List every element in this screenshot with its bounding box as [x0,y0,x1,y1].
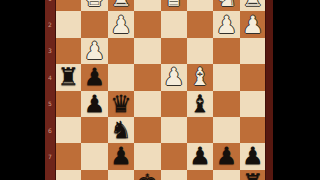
square-c5: ♝ [187,91,213,117]
square-f3 [108,38,134,64]
square-g3: ♟ [81,38,107,64]
board-frame-right-edge [265,0,273,180]
square-d5 [161,91,187,117]
square-a7: ♟ [240,143,266,169]
square-h3 [55,38,81,64]
rank-label-3: 3 [45,47,55,54]
piece-black-king-e8: ♚ [134,170,160,180]
square-g2 [81,11,107,37]
square-a5 [240,91,266,117]
piece-white-rook-f1: ♜ [108,0,134,11]
square-a4 [240,64,266,90]
square-f7: ♟ [108,143,134,169]
square-c4: ♝ [187,64,213,90]
square-b7: ♟ [213,143,239,169]
square-f5: ♛ [108,91,134,117]
square-g6 [81,117,107,143]
piece-black-rook-a8: ♜ [240,170,266,180]
rank-label-5: 5 [45,100,55,107]
square-c6 [187,117,213,143]
square-e8: ♚ [134,170,160,180]
piece-white-king-g1: ♚ [81,0,107,11]
square-h5 [55,91,81,117]
rank-label-1: 1 [45,0,55,2]
square-h4: ♜ [55,64,81,90]
square-a3 [240,38,266,64]
square-b4 [213,64,239,90]
square-b6 [213,117,239,143]
piece-black-knight-f6: ♞ [108,117,134,143]
square-a2: ♟ [240,11,266,37]
square-e3 [134,38,160,64]
square-h1 [55,0,81,11]
square-d3 [161,38,187,64]
rank-label-6: 6 [45,127,55,134]
piece-white-queen-d1: ♛ [161,0,187,11]
square-d8 [161,170,187,180]
piece-black-pawn-b7: ♟ [213,143,239,169]
square-c1 [187,0,213,11]
piece-white-pawn-f2: ♟ [108,11,134,37]
video-frame: 12345678 ♚♜♛♞♜♟♟♟♟♜♟♟♝♟♛♝♞♟♟♟♟♚♜ [0,0,320,180]
square-h2 [55,11,81,37]
square-b5 [213,91,239,117]
square-e7 [134,143,160,169]
piece-white-rook-a1: ♜ [240,0,266,11]
square-a1: ♜ [240,0,266,11]
square-c8 [187,170,213,180]
square-c2 [187,11,213,37]
piece-black-pawn-g4: ♟ [81,64,107,90]
rank-label-4: 4 [45,74,55,81]
square-f6: ♞ [108,117,134,143]
square-e5 [134,91,160,117]
piece-black-pawn-g5: ♟ [81,91,107,117]
square-a6 [240,117,266,143]
piece-black-pawn-a7: ♟ [240,143,266,169]
piece-black-bishop-c5: ♝ [187,91,213,117]
rank-label-7: 7 [45,153,55,160]
square-b1: ♞ [213,0,239,11]
square-e1 [134,0,160,11]
piece-white-pawn-a2: ♟ [240,11,266,37]
piece-white-bishop-c4: ♝ [187,64,213,90]
square-g5: ♟ [81,91,107,117]
piece-white-knight-b1: ♞ [213,0,239,11]
rank-label-2: 2 [45,21,55,28]
square-c7: ♟ [187,143,213,169]
board-frame: 12345678 ♚♜♛♞♜♟♟♟♟♜♟♟♝♟♛♝♞♟♟♟♟♚♜ [45,0,273,180]
square-e6 [134,117,160,143]
square-b3 [213,38,239,64]
square-e2 [134,11,160,37]
square-g8 [81,170,107,180]
piece-black-pawn-c7: ♟ [187,143,213,169]
chess-board: ♚♜♛♞♜♟♟♟♟♜♟♟♝♟♛♝♞♟♟♟♟♚♜ [55,0,266,180]
square-d1: ♛ [161,0,187,11]
square-c3 [187,38,213,64]
square-g4: ♟ [81,64,107,90]
rank-labels: 12345678 [45,0,56,180]
square-g7 [81,143,107,169]
square-h7 [55,143,81,169]
square-f4 [108,64,134,90]
square-a8: ♜ [240,170,266,180]
square-f8 [108,170,134,180]
piece-black-queen-f5: ♛ [108,91,134,117]
square-h8 [55,170,81,180]
square-d4: ♟ [161,64,187,90]
square-f2: ♟ [108,11,134,37]
square-f1: ♜ [108,0,134,11]
square-e4 [134,64,160,90]
piece-white-pawn-g3: ♟ [81,38,107,64]
piece-white-pawn-d4: ♟ [161,64,187,90]
rank-label-8: 8 [45,179,55,180]
square-d2 [161,11,187,37]
square-b8 [213,170,239,180]
piece-black-pawn-f7: ♟ [108,143,134,169]
square-g1: ♚ [81,0,107,11]
square-h6 [55,117,81,143]
square-b2: ♟ [213,11,239,37]
square-d7 [161,143,187,169]
piece-black-rook-h4: ♜ [55,64,81,90]
piece-white-pawn-b2: ♟ [213,11,239,37]
square-d6 [161,117,187,143]
